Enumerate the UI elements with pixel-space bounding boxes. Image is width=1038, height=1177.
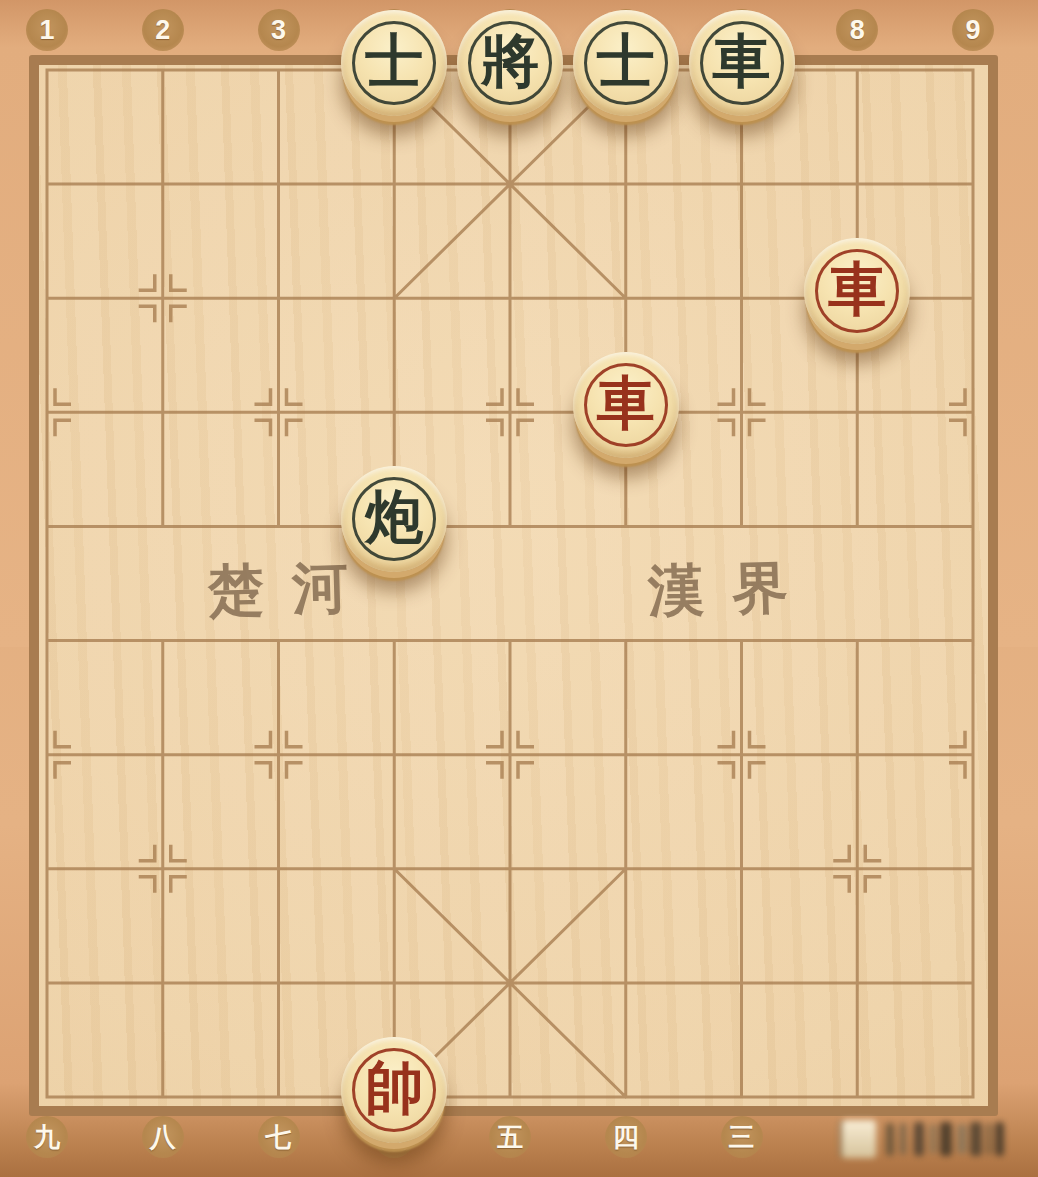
file-label-bottom-5: 五: [489, 1116, 531, 1158]
file-label-bottom-7: 三: [721, 1116, 763, 1158]
piece-red-chariot-1[interactable]: 車: [804, 238, 910, 344]
piece-glyph: 將: [481, 32, 539, 94]
piece-glyph: 士: [597, 32, 655, 94]
xiangqi-board-screen: 楚河 漢界 123456789 九八七六五四三 士將士車車車炮帥: [0, 0, 1038, 1177]
river-label-left: 楚河: [207, 550, 377, 630]
piece-black-advisor-left[interactable]: 士: [341, 10, 447, 116]
file-label-bottom-3: 七: [258, 1116, 300, 1158]
piece-glyph: 車: [713, 32, 771, 94]
file-label-top-2: 2: [142, 9, 184, 51]
piece-glyph: 炮: [365, 488, 423, 550]
file-label-top-8: 8: [836, 9, 878, 51]
piece-glyph: 士: [365, 32, 423, 94]
grid-lines: [47, 70, 973, 1097]
piece-glyph: 車: [828, 260, 886, 322]
piece-red-chariot-2[interactable]: 車: [573, 352, 679, 458]
piece-black-chariot[interactable]: 車: [689, 10, 795, 116]
board-grid[interactable]: [0, 0, 1038, 1177]
piece-red-general[interactable]: 帥: [341, 1037, 447, 1143]
piece-black-general[interactable]: 將: [457, 10, 563, 116]
piece-glyph: 車: [597, 374, 655, 436]
file-label-bottom-6: 四: [605, 1116, 647, 1158]
blurred-watermark: [832, 1117, 1008, 1163]
file-label-bottom-2: 八: [142, 1116, 184, 1158]
file-label-top-1: 1: [26, 9, 68, 51]
file-label-top-3: 3: [258, 9, 300, 51]
piece-glyph: 帥: [365, 1059, 423, 1121]
piece-black-cannon[interactable]: 炮: [341, 466, 447, 572]
river-label-right: 漢界: [647, 550, 817, 630]
file-label-bottom-1: 九: [26, 1116, 68, 1158]
piece-black-advisor-right[interactable]: 士: [573, 10, 679, 116]
file-label-top-9: 9: [952, 9, 994, 51]
